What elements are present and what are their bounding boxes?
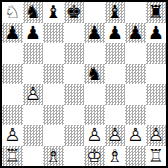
square-e1[interactable]: ♚♔ <box>84 146 105 167</box>
square-d3[interactable] <box>64 105 85 126</box>
square-h5[interactable] <box>146 64 167 85</box>
piece-bP-b7: ♟ <box>23 23 44 44</box>
square-b6[interactable] <box>23 43 44 64</box>
square-c2[interactable] <box>43 125 64 146</box>
chess-board: ♞♘♞♝♚♝♜♟♟♟♟♟♟♞♟♙♟♙♟♙♟♙♟♙♟♙♜♖♝♗♚♔♝♗♜♖ <box>0 0 168 168</box>
square-e7[interactable]: ♟ <box>84 23 105 44</box>
square-a3[interactable] <box>2 105 23 126</box>
square-c1[interactable]: ♝♗ <box>43 146 64 167</box>
square-d5[interactable] <box>64 64 85 85</box>
square-h1[interactable]: ♜♖ <box>146 146 167 167</box>
square-f1[interactable]: ♝♗ <box>105 146 126 167</box>
square-a8[interactable]: ♞♘ <box>2 2 23 23</box>
piece-bN-b8: ♞ <box>23 2 44 23</box>
square-c4[interactable] <box>43 84 64 105</box>
square-a4[interactable] <box>2 84 23 105</box>
square-f8[interactable]: ♝ <box>105 2 126 23</box>
piece-bB-c8: ♝ <box>43 2 64 23</box>
square-e6[interactable] <box>84 43 105 64</box>
square-d7[interactable] <box>64 23 85 44</box>
piece-wR-a1: ♜♖ <box>2 146 23 167</box>
square-f6[interactable] <box>105 43 126 64</box>
piece-bK-d8: ♚ <box>64 2 85 23</box>
piece-wN-a8: ♞♘ <box>2 2 23 23</box>
piece-wP-a2: ♟♙ <box>2 125 23 146</box>
piece-wP-g2: ♟♙ <box>125 125 146 146</box>
piece-wP-f2: ♟♙ <box>105 125 126 146</box>
square-a2[interactable]: ♟♙ <box>2 125 23 146</box>
piece-wP-b4: ♟♙ <box>23 84 44 105</box>
square-d8[interactable]: ♚ <box>64 2 85 23</box>
square-g4[interactable] <box>125 84 146 105</box>
piece-wR-h1: ♜♖ <box>146 146 167 167</box>
square-d6[interactable] <box>64 43 85 64</box>
piece-bP-a7: ♟ <box>2 23 23 44</box>
square-e8[interactable] <box>84 2 105 23</box>
piece-wP-h2: ♟♙ <box>146 125 167 146</box>
square-c5[interactable] <box>43 64 64 85</box>
square-g1[interactable] <box>125 146 146 167</box>
piece-bR-h8: ♜ <box>146 2 167 23</box>
square-b5[interactable] <box>23 64 44 85</box>
square-a7[interactable]: ♟ <box>2 23 23 44</box>
square-h6[interactable] <box>146 43 167 64</box>
piece-bP-g7: ♟ <box>125 23 146 44</box>
square-a1[interactable]: ♜♖ <box>2 146 23 167</box>
square-h3[interactable] <box>146 105 167 126</box>
piece-wB-f1: ♝♗ <box>105 146 126 167</box>
square-g7[interactable]: ♟ <box>125 23 146 44</box>
square-e2[interactable]: ♟♙ <box>84 125 105 146</box>
square-d2[interactable] <box>64 125 85 146</box>
piece-bP-e7: ♟ <box>84 23 105 44</box>
square-b7[interactable]: ♟ <box>23 23 44 44</box>
square-e3[interactable] <box>84 105 105 126</box>
piece-bP-f7: ♟ <box>105 23 126 44</box>
square-g6[interactable] <box>125 43 146 64</box>
piece-wP-e2: ♟♙ <box>84 125 105 146</box>
square-e5[interactable]: ♞ <box>84 64 105 85</box>
square-c8[interactable]: ♝ <box>43 2 64 23</box>
square-f4[interactable] <box>105 84 126 105</box>
square-h8[interactable]: ♜ <box>146 2 167 23</box>
piece-bN-e5: ♞ <box>84 64 105 85</box>
square-g3[interactable] <box>125 105 146 126</box>
square-b1[interactable] <box>23 146 44 167</box>
square-c3[interactable] <box>43 105 64 126</box>
square-h7[interactable]: ♟ <box>146 23 167 44</box>
piece-wK-e1: ♚♔ <box>84 146 105 167</box>
square-b8[interactable]: ♞ <box>23 2 44 23</box>
square-f3[interactable] <box>105 105 126 126</box>
square-b4[interactable]: ♟♙ <box>23 84 44 105</box>
square-g5[interactable] <box>125 64 146 85</box>
square-f7[interactable]: ♟ <box>105 23 126 44</box>
square-f5[interactable] <box>105 64 126 85</box>
piece-bP-h7: ♟ <box>146 23 167 44</box>
square-a6[interactable] <box>2 43 23 64</box>
square-a5[interactable] <box>2 64 23 85</box>
square-d1[interactable] <box>64 146 85 167</box>
square-b2[interactable] <box>23 125 44 146</box>
square-h2[interactable]: ♟♙ <box>146 125 167 146</box>
square-g8[interactable] <box>125 2 146 23</box>
piece-wB-c1: ♝♗ <box>43 146 64 167</box>
square-b3[interactable] <box>23 105 44 126</box>
square-d4[interactable] <box>64 84 85 105</box>
square-e4[interactable] <box>84 84 105 105</box>
square-c6[interactable] <box>43 43 64 64</box>
piece-bB-f8: ♝ <box>105 2 126 23</box>
square-g2[interactable]: ♟♙ <box>125 125 146 146</box>
square-f2[interactable]: ♟♙ <box>105 125 126 146</box>
square-c7[interactable] <box>43 23 64 44</box>
square-h4[interactable] <box>146 84 167 105</box>
